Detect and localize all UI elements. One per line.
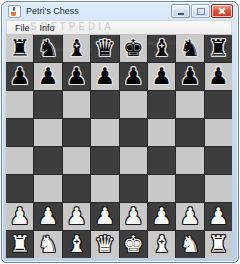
close-icon — [218, 7, 226, 15]
piece-black-bishop[interactable]: ♝ — [151, 37, 172, 60]
piece-white-rook[interactable]: ♜ — [9, 233, 30, 256]
square-f3[interactable] — [148, 175, 175, 202]
piece-black-pawn[interactable]: ♟ — [123, 65, 144, 88]
square-a1[interactable]: ♜ — [6, 231, 33, 258]
square-f4[interactable] — [148, 147, 175, 174]
square-c6[interactable] — [63, 91, 90, 118]
piece-white-pawn[interactable]: ♟ — [9, 205, 30, 228]
menu-bar: File Info — [6, 20, 232, 35]
piece-white-knight[interactable]: ♞ — [38, 233, 59, 256]
square-g1[interactable]: ♞ — [176, 231, 203, 258]
piece-black-pawn[interactable]: ♟ — [151, 65, 172, 88]
square-e2[interactable]: ♟ — [120, 203, 147, 230]
square-f8[interactable]: ♝ — [148, 35, 175, 62]
title-bar[interactable]: Petri's Chess — [2, 2, 238, 20]
piece-white-pawn[interactable]: ♟ — [66, 205, 87, 228]
square-h3[interactable] — [205, 175, 232, 202]
square-g2[interactable]: ♟ — [176, 203, 203, 230]
square-h2[interactable]: ♟ — [205, 203, 232, 230]
square-d7[interactable]: ♟ — [91, 63, 118, 90]
square-d5[interactable] — [91, 119, 118, 146]
square-a8[interactable]: ♜ — [6, 35, 33, 62]
square-h7[interactable]: ♟ — [205, 63, 232, 90]
square-h6[interactable] — [205, 91, 232, 118]
app-icon-steam — [13, 7, 15, 11]
piece-black-queen[interactable]: ♛ — [95, 37, 116, 60]
square-d2[interactable]: ♟ — [91, 203, 118, 230]
piece-black-king[interactable]: ♚ — [123, 37, 144, 60]
piece-white-pawn[interactable]: ♟ — [95, 205, 116, 228]
square-b8[interactable]: ♞ — [34, 35, 61, 62]
piece-black-pawn[interactable]: ♟ — [95, 65, 116, 88]
square-a3[interactable] — [6, 175, 33, 202]
app-window: Petri's Chess File Info ♜♞♝♛♚♝♞♜♟♟♟♟♟♟♟♟… — [1, 1, 239, 263]
square-d1[interactable]: ♛ — [91, 231, 118, 258]
square-e4[interactable] — [120, 147, 147, 174]
square-f6[interactable] — [148, 91, 175, 118]
square-b6[interactable] — [34, 91, 61, 118]
square-e6[interactable] — [120, 91, 147, 118]
maximize-icon — [197, 8, 205, 15]
square-b3[interactable] — [34, 175, 61, 202]
square-c3[interactable] — [63, 175, 90, 202]
piece-white-pawn[interactable]: ♟ — [38, 205, 59, 228]
square-f2[interactable]: ♟ — [148, 203, 175, 230]
piece-black-rook[interactable]: ♜ — [9, 37, 30, 60]
piece-black-rook[interactable]: ♜ — [208, 37, 229, 60]
square-h5[interactable] — [205, 119, 232, 146]
maximize-button[interactable] — [191, 4, 210, 18]
minimize-icon — [178, 13, 184, 15]
square-b7[interactable]: ♟ — [34, 63, 61, 90]
client-area: File Info ♜♞♝♛♚♝♞♜♟♟♟♟♟♟♟♟♟♟♟♟♟♟♟♟♜♞♝♛♚♝… — [6, 20, 232, 258]
piece-white-rook[interactable]: ♜ — [208, 233, 229, 256]
square-a6[interactable] — [6, 91, 33, 118]
square-e8[interactable]: ♚ — [120, 35, 147, 62]
window-title: Petri's Chess — [26, 6, 79, 16]
square-f1[interactable]: ♝ — [148, 231, 175, 258]
square-f5[interactable] — [148, 119, 175, 146]
square-c5[interactable] — [63, 119, 90, 146]
square-g5[interactable] — [176, 119, 203, 146]
piece-white-queen[interactable]: ♛ — [95, 233, 116, 256]
piece-white-king[interactable]: ♚ — [123, 233, 144, 256]
square-b4[interactable] — [34, 147, 61, 174]
piece-black-pawn[interactable]: ♟ — [9, 65, 30, 88]
square-e7[interactable]: ♟ — [120, 63, 147, 90]
square-c2[interactable]: ♟ — [63, 203, 90, 230]
piece-black-pawn[interactable]: ♟ — [208, 65, 229, 88]
square-b5[interactable] — [34, 119, 61, 146]
piece-black-pawn[interactable]: ♟ — [38, 65, 59, 88]
square-c7[interactable]: ♟ — [63, 63, 90, 90]
square-g6[interactable] — [176, 91, 203, 118]
piece-white-bishop[interactable]: ♝ — [151, 233, 172, 256]
square-g7[interactable]: ♟ — [176, 63, 203, 90]
menu-file[interactable]: File — [10, 22, 35, 34]
square-a5[interactable] — [6, 119, 33, 146]
piece-black-knight[interactable]: ♞ — [180, 37, 201, 60]
caption-buttons — [170, 4, 233, 18]
square-e3[interactable] — [120, 175, 147, 202]
square-d6[interactable] — [91, 91, 118, 118]
square-h1[interactable]: ♜ — [205, 231, 232, 258]
piece-white-knight[interactable]: ♞ — [180, 233, 201, 256]
square-b2[interactable]: ♟ — [34, 203, 61, 230]
square-b1[interactable]: ♞ — [34, 231, 61, 258]
app-icon[interactable] — [8, 5, 21, 18]
square-c8[interactable]: ♝ — [63, 35, 90, 62]
minimize-button[interactable] — [171, 4, 190, 18]
square-e5[interactable] — [120, 119, 147, 146]
chess-board: ♜♞♝♛♚♝♞♜♟♟♟♟♟♟♟♟♟♟♟♟♟♟♟♟♜♞♝♛♚♝♞♜ — [6, 35, 232, 258]
square-a7[interactable]: ♟ — [6, 63, 33, 90]
square-h4[interactable] — [205, 147, 232, 174]
square-g4[interactable] — [176, 147, 203, 174]
piece-black-bishop[interactable]: ♝ — [66, 37, 87, 60]
square-h8[interactable]: ♜ — [205, 35, 232, 62]
square-f7[interactable]: ♟ — [148, 63, 175, 90]
piece-white-pawn[interactable]: ♟ — [151, 205, 172, 228]
piece-black-knight[interactable]: ♞ — [38, 37, 59, 60]
square-d8[interactable]: ♛ — [91, 35, 118, 62]
piece-black-pawn[interactable]: ♟ — [66, 65, 87, 88]
square-d3[interactable] — [91, 175, 118, 202]
square-g3[interactable] — [176, 175, 203, 202]
square-d4[interactable] — [91, 147, 118, 174]
square-a2[interactable]: ♟ — [6, 203, 33, 230]
app-icon-cup — [11, 12, 16, 16]
piece-white-pawn[interactable]: ♟ — [208, 205, 229, 228]
menu-info[interactable]: Info — [35, 22, 60, 34]
piece-white-pawn[interactable]: ♟ — [123, 205, 144, 228]
square-a4[interactable] — [6, 147, 33, 174]
piece-white-pawn[interactable]: ♟ — [180, 205, 201, 228]
piece-black-pawn[interactable]: ♟ — [180, 65, 201, 88]
square-e1[interactable]: ♚ — [120, 231, 147, 258]
close-button[interactable] — [211, 4, 233, 18]
piece-white-bishop[interactable]: ♝ — [66, 233, 87, 256]
square-c4[interactable] — [63, 147, 90, 174]
square-c1[interactable]: ♝ — [63, 231, 90, 258]
square-g8[interactable]: ♞ — [176, 35, 203, 62]
